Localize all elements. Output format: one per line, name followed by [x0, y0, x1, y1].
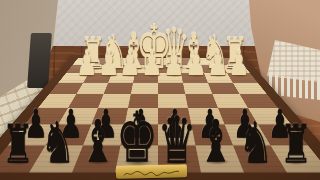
square-e5[interactable] [128, 94, 158, 108]
square-e2[interactable] [135, 65, 158, 73]
living-room-chess-photo: ♜♞♝♛♚♝♞♜♟♟♟♟♟♟♟♟♟♟♟♟♟♟♟♟♜♞♝♛♚♝♞♜ [0, 0, 320, 180]
square-a2[interactable] [222, 65, 250, 73]
square-e1[interactable] [137, 58, 158, 65]
square-f3[interactable] [108, 73, 135, 83]
brand-plaque [116, 164, 187, 178]
square-d2[interactable] [158, 65, 181, 73]
shadow-gap [27, 33, 52, 88]
square-e6[interactable] [125, 108, 158, 125]
square-f7[interactable] [83, 124, 125, 145]
square-d4[interactable] [158, 83, 185, 94]
square-f2[interactable] [112, 65, 137, 73]
square-e4[interactable] [131, 83, 158, 94]
square-e7[interactable] [120, 124, 158, 145]
square-a4[interactable] [233, 83, 267, 94]
square-f1[interactable] [115, 58, 138, 65]
square-e3[interactable] [133, 73, 158, 83]
square-a3[interactable] [227, 73, 258, 83]
square-d3[interactable] [158, 73, 183, 83]
square-f5[interactable] [98, 94, 131, 108]
engraved-signature-icon [116, 166, 187, 180]
square-d1[interactable] [158, 58, 179, 65]
square-d7[interactable] [158, 124, 196, 145]
square-d5[interactable] [158, 94, 188, 108]
square-f6[interactable] [91, 108, 128, 125]
square-d6[interactable] [158, 108, 191, 125]
square-a1[interactable] [218, 58, 244, 65]
square-f4[interactable] [104, 83, 133, 94]
